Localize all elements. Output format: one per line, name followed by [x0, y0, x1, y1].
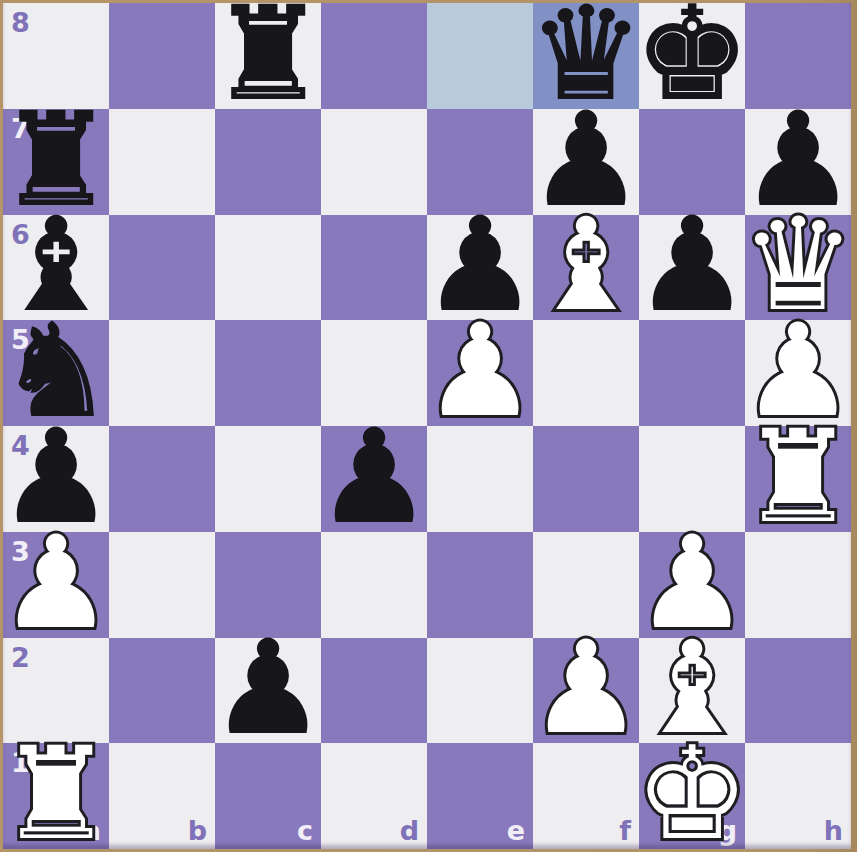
- square-a1[interactable]: 1a♜♜: [3, 743, 109, 849]
- square-d2[interactable]: [321, 638, 427, 744]
- square-g6[interactable]: ♟♟: [639, 215, 745, 321]
- square-d6[interactable]: [321, 215, 427, 321]
- file-label-b: b: [188, 817, 207, 844]
- piece-glyph: ♟: [215, 636, 321, 742]
- square-b1[interactable]: b: [109, 743, 215, 849]
- square-e3[interactable]: [427, 532, 533, 638]
- square-f6[interactable]: ♝♝: [533, 215, 639, 321]
- square-c5[interactable]: [215, 320, 321, 426]
- square-f5[interactable]: [533, 320, 639, 426]
- piece-black-pawn-d4[interactable]: ♟♟: [321, 426, 427, 532]
- square-b5[interactable]: [109, 320, 215, 426]
- piece-black-pawn-c2[interactable]: ♟♟: [215, 638, 321, 744]
- square-e4[interactable]: [427, 426, 533, 532]
- square-h3[interactable]: [745, 532, 851, 638]
- piece-white-pawn-a3[interactable]: ♟♟: [3, 532, 109, 638]
- square-f2[interactable]: ♟♟: [533, 638, 639, 744]
- square-c6[interactable]: [215, 215, 321, 321]
- square-d7[interactable]: [321, 109, 427, 215]
- piece-glyph: ♚: [639, 1, 745, 107]
- square-e8[interactable]: [427, 3, 533, 109]
- file-label-f: f: [619, 817, 631, 844]
- piece-glyph: ♟: [639, 213, 745, 319]
- file-label-c: c: [297, 817, 313, 844]
- piece-black-pawn-g6[interactable]: ♟♟: [639, 215, 745, 321]
- piece-white-king-g1[interactable]: ♚♚: [639, 743, 745, 849]
- file-label-h: h: [824, 817, 843, 844]
- square-c2[interactable]: ♟♟: [215, 638, 321, 744]
- square-a3[interactable]: 3♟♟: [3, 532, 109, 638]
- square-c1[interactable]: c: [215, 743, 321, 849]
- piece-black-king-g8[interactable]: ♚♚: [639, 3, 745, 109]
- square-f4[interactable]: [533, 426, 639, 532]
- rank-label-8: 8: [11, 9, 30, 36]
- square-b7[interactable]: [109, 109, 215, 215]
- square-d8[interactable]: [321, 3, 427, 109]
- piece-glyph: ♚: [639, 741, 745, 847]
- piece-glyph: ♟: [321, 424, 427, 530]
- square-e1[interactable]: e: [427, 743, 533, 849]
- file-label-e: e: [507, 817, 525, 844]
- square-b8[interactable]: [109, 3, 215, 109]
- square-d1[interactable]: d: [321, 743, 427, 849]
- board-frame: 8♜♜♛♛♚♚7♜♜♟♟♟♟6♝♝♟♟♝♝♟♟♛♛5♞♞♟♟♟♟4♟♟♟♟♜♜3…: [0, 0, 857, 852]
- file-label-d: d: [400, 817, 419, 844]
- piece-glyph: ♟: [3, 530, 109, 636]
- chess-board: 8♜♜♛♛♚♚7♜♜♟♟♟♟6♝♝♟♟♝♝♟♟♛♛5♞♞♟♟♟♟4♟♟♟♟♜♜3…: [3, 3, 851, 849]
- piece-glyph: ♜: [3, 741, 109, 847]
- square-g5[interactable]: [639, 320, 745, 426]
- rank-label-2: 2: [11, 644, 30, 671]
- square-h4[interactable]: ♜♜: [745, 426, 851, 532]
- piece-white-rook-a1[interactable]: ♜♜: [3, 743, 109, 849]
- piece-glyph: ♟: [427, 318, 533, 424]
- piece-white-bishop-f6[interactable]: ♝♝: [533, 215, 639, 321]
- square-h2[interactable]: [745, 638, 851, 744]
- piece-white-rook-h4[interactable]: ♜♜: [745, 426, 851, 532]
- square-d4[interactable]: ♟♟: [321, 426, 427, 532]
- piece-black-rook-c8[interactable]: ♜♜: [215, 3, 321, 109]
- piece-white-pawn-e5[interactable]: ♟♟: [427, 320, 533, 426]
- square-b3[interactable]: [109, 532, 215, 638]
- piece-glyph: ♜: [745, 424, 851, 530]
- square-g1[interactable]: g♚♚: [639, 743, 745, 849]
- square-b6[interactable]: [109, 215, 215, 321]
- square-e2[interactable]: [427, 638, 533, 744]
- square-b4[interactable]: [109, 426, 215, 532]
- square-h1[interactable]: h: [745, 743, 851, 849]
- square-d3[interactable]: [321, 532, 427, 638]
- piece-glyph: ♝: [533, 213, 639, 319]
- square-c4[interactable]: [215, 426, 321, 532]
- piece-white-pawn-f2[interactable]: ♟♟: [533, 638, 639, 744]
- square-c8[interactable]: ♜♜: [215, 3, 321, 109]
- square-g8[interactable]: ♚♚: [639, 3, 745, 109]
- square-f1[interactable]: f: [533, 743, 639, 849]
- piece-glyph: ♜: [215, 1, 321, 107]
- square-b2[interactable]: [109, 638, 215, 744]
- square-c7[interactable]: [215, 109, 321, 215]
- piece-glyph: ♟: [533, 636, 639, 742]
- square-e5[interactable]: ♟♟: [427, 320, 533, 426]
